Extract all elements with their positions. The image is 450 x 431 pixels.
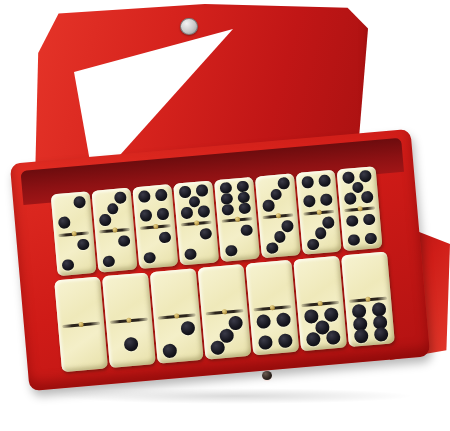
bottom-half <box>259 216 301 259</box>
domino-2-2[interactable] <box>51 191 97 276</box>
pip <box>106 203 119 216</box>
pip <box>225 244 238 257</box>
pip <box>199 228 212 241</box>
pip <box>320 193 333 206</box>
pip <box>184 248 197 261</box>
pip <box>114 192 127 205</box>
domino-0-3[interactable] <box>198 264 252 360</box>
pip <box>124 336 139 351</box>
pip <box>228 316 243 331</box>
pip <box>138 190 151 203</box>
pip <box>277 177 290 190</box>
case-tray <box>10 129 430 391</box>
pip <box>359 170 372 183</box>
bottom-half <box>297 303 347 351</box>
pip <box>307 238 320 251</box>
front-snap-stud-icon <box>262 371 272 380</box>
pip <box>73 196 86 209</box>
pip <box>61 259 74 272</box>
pip <box>155 189 168 202</box>
top-half <box>296 170 338 213</box>
domino-0-4[interactable] <box>245 260 299 356</box>
pip <box>58 216 71 229</box>
pip <box>139 209 152 222</box>
domino-0-6[interactable] <box>341 251 395 347</box>
pip <box>99 214 112 227</box>
pip <box>256 314 271 329</box>
snap-button-icon <box>180 18 198 35</box>
top-half <box>255 173 297 216</box>
bottom-half <box>218 219 260 262</box>
domino-3-2[interactable] <box>91 188 137 273</box>
ground-shadow <box>55 388 415 404</box>
pip <box>318 175 331 188</box>
top-half <box>293 256 343 304</box>
pip <box>326 330 341 345</box>
pip <box>278 334 293 349</box>
pip <box>210 340 225 355</box>
pip <box>180 206 193 219</box>
top-half <box>91 188 133 231</box>
top-half <box>132 184 174 227</box>
pip <box>159 231 172 244</box>
pip <box>197 205 210 218</box>
top-half <box>214 177 256 220</box>
pip <box>324 307 339 322</box>
top-half <box>245 260 295 308</box>
domino-0-1[interactable] <box>102 272 156 368</box>
pip <box>102 255 115 268</box>
bottom-half <box>250 307 300 355</box>
top-half <box>54 277 104 325</box>
bottom-half <box>340 208 382 251</box>
pip <box>364 232 377 245</box>
domino-4-2[interactable] <box>132 184 178 269</box>
bottom-half <box>202 311 252 359</box>
pip <box>346 215 359 228</box>
pip <box>322 216 335 229</box>
pip <box>162 344 177 359</box>
domino-4-3[interactable] <box>296 170 342 255</box>
pip <box>270 188 283 201</box>
pip <box>219 328 234 343</box>
bottom-half <box>54 233 96 276</box>
top-half <box>337 166 379 209</box>
domino-0-0[interactable] <box>54 277 108 373</box>
pip <box>361 191 374 204</box>
pip <box>118 235 131 248</box>
bottom-half <box>136 226 178 269</box>
pip <box>258 335 273 350</box>
pip <box>347 234 360 247</box>
top-half <box>198 264 248 312</box>
top-half <box>150 268 200 316</box>
bottom-half <box>177 223 219 266</box>
pip <box>374 327 389 342</box>
top-half <box>51 191 93 234</box>
pip <box>221 204 234 217</box>
pip <box>306 332 321 347</box>
bottom-half <box>345 299 395 347</box>
pip <box>273 231 286 244</box>
tile-area <box>28 156 413 374</box>
top-half <box>341 251 391 299</box>
pip <box>143 252 156 265</box>
domino-0-5[interactable] <box>293 256 347 352</box>
bottom-half <box>299 212 341 255</box>
bottom-half <box>106 320 156 368</box>
pip <box>301 176 314 189</box>
pip <box>303 195 316 208</box>
top-half <box>173 180 215 223</box>
top-half <box>102 272 152 320</box>
bottom-half <box>154 316 204 364</box>
domino-5-2[interactable] <box>173 180 219 265</box>
pip <box>314 227 327 240</box>
domino-set-photo <box>0 0 450 431</box>
pip <box>157 208 170 221</box>
bottom-half <box>58 324 108 372</box>
pip <box>354 329 369 344</box>
pip <box>363 213 376 226</box>
domino-3-3[interactable] <box>255 173 301 258</box>
domino-0-2[interactable] <box>150 268 204 364</box>
pip <box>281 220 294 233</box>
pip <box>240 224 253 237</box>
domino-6-2[interactable] <box>214 177 260 262</box>
pip <box>180 321 195 336</box>
pip <box>77 238 90 251</box>
domino-5-4[interactable] <box>337 166 383 251</box>
bottom-half <box>95 230 137 273</box>
pip <box>276 312 291 327</box>
pip <box>196 184 209 197</box>
pip <box>262 199 275 212</box>
pip <box>238 202 251 215</box>
pip <box>266 242 279 255</box>
pip <box>344 192 357 205</box>
